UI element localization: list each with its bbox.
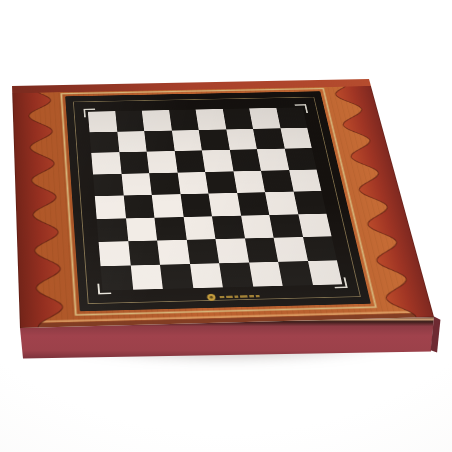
square-h4 — [293, 191, 326, 214]
square-d2 — [186, 239, 219, 264]
square-e3 — [212, 215, 245, 239]
square-c4 — [152, 194, 183, 217]
square-a7 — [90, 131, 119, 152]
square-a8 — [88, 111, 117, 132]
square-f5 — [233, 170, 265, 192]
square-g7 — [253, 128, 284, 149]
square-e1 — [219, 262, 253, 287]
box-lid-top — [12, 79, 434, 328]
square-d3 — [183, 216, 215, 240]
square-a2 — [99, 241, 131, 266]
square-a5 — [93, 174, 123, 197]
square-g8 — [249, 108, 280, 129]
square-c3 — [154, 217, 186, 241]
square-e2 — [215, 238, 248, 262]
square-d4 — [180, 194, 212, 217]
square-h7 — [280, 127, 312, 148]
square-b4 — [123, 195, 154, 218]
square-b8 — [115, 111, 144, 132]
square-d6 — [174, 150, 205, 172]
square-h1 — [307, 260, 342, 285]
square-d8 — [169, 110, 199, 131]
square-d5 — [177, 172, 208, 195]
square-h6 — [284, 148, 316, 170]
square-a4 — [95, 195, 126, 218]
square-c1 — [160, 264, 193, 289]
square-f2 — [245, 238, 279, 262]
square-d7 — [171, 130, 201, 151]
square-h8 — [276, 107, 307, 128]
checkerboard — [88, 107, 342, 290]
square-e6 — [202, 150, 233, 172]
square-e4 — [208, 193, 240, 216]
square-e5 — [205, 171, 237, 193]
square-c7 — [144, 130, 174, 151]
square-a1 — [101, 265, 133, 290]
square-b1 — [130, 264, 163, 289]
square-h2 — [303, 236, 337, 260]
square-f7 — [226, 129, 257, 150]
square-e8 — [196, 109, 226, 130]
square-f6 — [229, 149, 261, 171]
square-b2 — [128, 241, 160, 266]
square-b6 — [119, 152, 149, 174]
square-a6 — [91, 152, 121, 174]
square-b3 — [126, 217, 158, 241]
square-f8 — [222, 108, 253, 129]
square-f3 — [241, 215, 274, 239]
square-c6 — [147, 151, 178, 173]
square-f1 — [249, 261, 283, 286]
square-c5 — [149, 172, 180, 195]
square-b7 — [117, 131, 147, 152]
square-b5 — [121, 173, 152, 196]
square-a3 — [97, 218, 128, 242]
square-g5 — [261, 170, 293, 192]
square-h3 — [298, 213, 332, 237]
square-d1 — [190, 263, 223, 288]
product-photo-stage — [0, 0, 452, 452]
square-e7 — [199, 129, 230, 150]
square-c8 — [142, 110, 172, 131]
square-g6 — [257, 149, 289, 171]
square-f4 — [237, 192, 269, 215]
square-h5 — [289, 169, 322, 191]
square-c2 — [157, 240, 189, 265]
square-g4 — [265, 192, 298, 215]
